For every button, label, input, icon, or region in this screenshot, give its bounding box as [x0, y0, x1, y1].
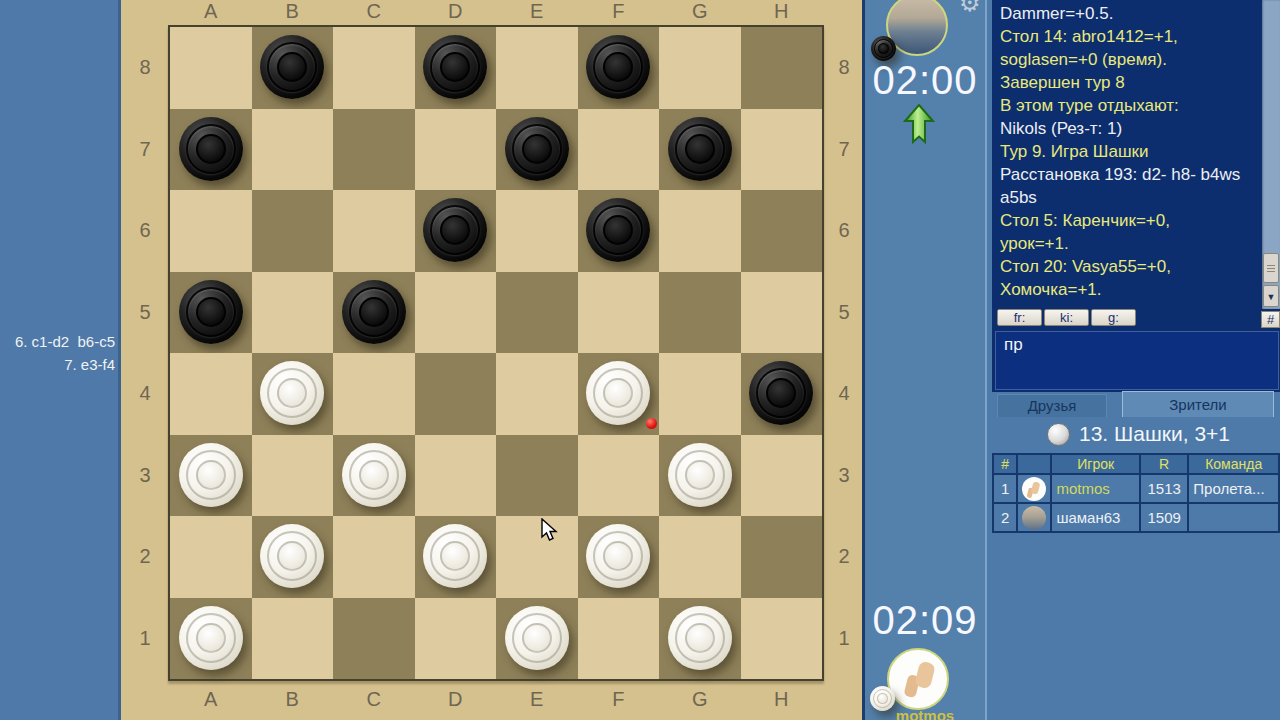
rank-label-8: 8: [123, 27, 167, 109]
square-f7[interactable]: [578, 109, 660, 191]
square-f8[interactable]: [578, 27, 660, 109]
game-strip: ⚙ 02:00 02:09 motmos: [862, 0, 985, 720]
black-checker-h4[interactable]: [749, 361, 813, 425]
file-label-g: G: [659, 0, 741, 23]
square-g2[interactable]: [659, 516, 741, 598]
rank-label-7: 7: [123, 109, 167, 191]
spectator-table-body: 1motmos1513Пролета...2шаман631509: [993, 474, 1279, 532]
chat-line: В этом туре отдыхают:: [1000, 94, 1258, 117]
chat-line: Стол 20: Vasya55=+0,: [1000, 255, 1258, 278]
square-f1[interactable]: [578, 598, 660, 680]
square-c5[interactable]: [333, 272, 415, 354]
right-panel: Dammer=+0.5.Стол 14: abro1412=+1,soglase…: [985, 0, 1280, 720]
rank-label-2: 2: [123, 516, 167, 598]
square-b8[interactable]: [252, 27, 334, 109]
table-header-0: #: [993, 454, 1017, 474]
square-c8[interactable]: [333, 27, 415, 109]
file-label-b: B: [252, 688, 334, 711]
square-c7[interactable]: [333, 109, 415, 191]
chat-line: Стол 14: abro1412=+1,: [1000, 25, 1258, 48]
file-label-a: A: [170, 0, 252, 23]
rank-label-6: 6: [822, 190, 866, 272]
rank-label-1: 1: [822, 598, 866, 680]
white-checker-f2[interactable]: [586, 524, 650, 588]
message-input[interactable]: пр: [995, 331, 1279, 390]
rank-label-3: 3: [822, 435, 866, 517]
white-checker-b4[interactable]: [260, 361, 324, 425]
square-e2[interactable]: [496, 516, 578, 598]
square-h4[interactable]: [741, 353, 823, 435]
table-row[interactable]: 1motmos1513Пролета...: [993, 474, 1279, 503]
table-cell-3: 1513: [1140, 474, 1188, 503]
table-row[interactable]: 2шаман631509: [993, 503, 1279, 532]
square-c6[interactable]: [333, 190, 415, 272]
white-checker-a1[interactable]: [179, 606, 243, 670]
black-checker-b8[interactable]: [260, 35, 324, 99]
table-cell-0: 2: [993, 503, 1017, 532]
file-label-e: E: [496, 0, 578, 23]
file-label-d: D: [415, 0, 497, 23]
rank-label-4: 4: [123, 353, 167, 435]
file-label-a: A: [170, 688, 252, 711]
file-label-h: H: [741, 0, 823, 23]
square-f5[interactable]: [578, 272, 660, 354]
turn-up-arrow-icon: [903, 104, 935, 144]
square-c3[interactable]: [333, 435, 415, 517]
square-g6[interactable]: [659, 190, 741, 272]
table-cell-0: 1: [993, 474, 1017, 503]
square-a5[interactable]: [170, 272, 252, 354]
file-label-c: C: [333, 688, 415, 711]
chat-line: Dammer=+0.5.: [1000, 2, 1258, 25]
square-h2[interactable]: [741, 516, 823, 598]
gear-icon[interactable]: ⚙: [959, 0, 981, 17]
chat-line: Расстановка 193: d2- h8- b4ws: [1000, 163, 1258, 186]
square-h6[interactable]: [741, 190, 823, 272]
file-label-b: B: [252, 0, 334, 23]
rank-label-5: 5: [123, 272, 167, 354]
move-line: 7. e3-f4: [0, 353, 117, 376]
rank-label-7: 7: [822, 109, 866, 191]
rank-label-8: 8: [822, 27, 866, 109]
file-label-e: E: [496, 688, 578, 711]
square-a1[interactable]: [170, 598, 252, 680]
board-grid: [168, 25, 824, 681]
square-d4[interactable]: [415, 353, 497, 435]
square-b7[interactable]: [252, 109, 334, 191]
white-checker-b2[interactable]: [260, 524, 324, 588]
white-checker-g3[interactable]: [668, 443, 732, 507]
table-cell-3: 1509: [1140, 503, 1188, 532]
opponent-clock: 02:00: [865, 58, 985, 103]
player-clock: 02:09: [865, 598, 985, 643]
player-avatar[interactable]: [887, 648, 949, 710]
black-checker-c5[interactable]: [342, 280, 406, 344]
rank-label-2: 2: [822, 516, 866, 598]
chat-line: Хомочка=+1.: [1000, 278, 1258, 301]
move-list: 6. c1-d2 b6-c57. e3-f4: [0, 330, 117, 376]
white-checker-e1[interactable]: [505, 606, 569, 670]
spectator-table-header: #ИгрокRКоманда: [993, 454, 1279, 474]
table-header-4: Команда: [1188, 454, 1279, 474]
rank-label-5: 5: [822, 272, 866, 354]
square-e6[interactable]: [496, 190, 578, 272]
square-e8[interactable]: [496, 27, 578, 109]
rank-label-1: 1: [123, 598, 167, 680]
mouse-cursor-icon: [540, 518, 560, 542]
square-e7[interactable]: [496, 109, 578, 191]
rank-label-6: 6: [123, 190, 167, 272]
square-a3[interactable]: [170, 435, 252, 517]
player-mini-avatar: [1022, 506, 1046, 530]
chat-line: Завершен тур 8: [1000, 71, 1258, 94]
square-d6[interactable]: [415, 190, 497, 272]
square-e3[interactable]: [496, 435, 578, 517]
square-a2[interactable]: [170, 516, 252, 598]
table-cell-2: motmos: [1051, 474, 1140, 503]
table-cell-1: [1017, 474, 1051, 503]
table-cell-2: шаман63: [1051, 503, 1140, 532]
square-d2[interactable]: [415, 516, 497, 598]
square-a6[interactable]: [170, 190, 252, 272]
square-f6[interactable]: [578, 190, 660, 272]
black-checker-d8[interactable]: [423, 35, 487, 99]
square-b4[interactable]: [252, 353, 334, 435]
square-g3[interactable]: [659, 435, 741, 517]
square-b6[interactable]: [252, 190, 334, 272]
square-b5[interactable]: [252, 272, 334, 354]
table-header-3: R: [1140, 454, 1188, 474]
file-label-f: F: [578, 0, 660, 23]
square-e4[interactable]: [496, 353, 578, 435]
white-checker-g1[interactable]: [668, 606, 732, 670]
tab-spectators[interactable]: Зрители: [1122, 391, 1274, 417]
white-checker-c3[interactable]: [342, 443, 406, 507]
square-b3[interactable]: [252, 435, 334, 517]
black-checker-f8[interactable]: [586, 35, 650, 99]
square-d8[interactable]: [415, 27, 497, 109]
file-label-c: C: [333, 0, 415, 23]
table-cell-1: [1017, 503, 1051, 532]
square-a8[interactable]: [170, 27, 252, 109]
move-line: 6. c1-d2 b6-c5: [0, 330, 117, 353]
scrollbar-thumb[interactable]: [1263, 253, 1279, 283]
white-checker-a3[interactable]: [179, 443, 243, 507]
square-b2[interactable]: [252, 516, 334, 598]
rank-label-3: 3: [123, 435, 167, 517]
square-a4[interactable]: [170, 353, 252, 435]
file-label-h: H: [741, 688, 823, 711]
white-checker-d2[interactable]: [423, 524, 487, 588]
square-c4[interactable]: [333, 353, 415, 435]
table-header-2: Игрок: [1051, 454, 1140, 474]
chat-line: Nikols (Рез-т: 1): [1000, 117, 1258, 140]
rank-label-4: 4: [822, 353, 866, 435]
square-g7[interactable]: [659, 109, 741, 191]
square-d5[interactable]: [415, 272, 497, 354]
square-f3[interactable]: [578, 435, 660, 517]
square-h7[interactable]: [741, 109, 823, 191]
player-name-caption: motmos: [865, 707, 985, 720]
last-move-marker-dot: [646, 418, 657, 429]
black-checker-f6[interactable]: [586, 198, 650, 262]
table-header-1: [1017, 454, 1051, 474]
square-c2[interactable]: [333, 516, 415, 598]
chat-line: Тур 9. Игра Шашки: [1000, 140, 1258, 163]
square-d3[interactable]: [415, 435, 497, 517]
chat-line: a5bs: [1000, 186, 1258, 209]
chat-filter-button-fr[interactable]: fr:: [997, 309, 1042, 326]
player-mini-avatar: [1022, 477, 1046, 501]
square-d1[interactable]: [415, 598, 497, 680]
white-checker-f4[interactable]: [586, 361, 650, 425]
chat-scrollbar[interactable]: ▼: [1262, 0, 1280, 309]
black-checker-a5[interactable]: [179, 280, 243, 344]
chat-line: soglasen=+0 (время).: [1000, 48, 1258, 71]
scrollbar-down-arrow[interactable]: ▼: [1263, 285, 1279, 307]
table-cell-4: [1188, 503, 1279, 532]
chat-messages: Dammer=+0.5.Стол 14: abro1412=+1,soglase…: [1000, 2, 1258, 301]
square-g8[interactable]: [659, 27, 741, 109]
square-f2[interactable]: [578, 516, 660, 598]
board-area: ABCDEFGH ABCDEFGH 87654321 87654321: [121, 0, 862, 720]
left-sidebar: 6. c1-d2 b6-c57. e3-f4: [0, 0, 121, 720]
black-checker-g7[interactable]: [668, 117, 732, 181]
table-cell-4: Пролета...: [1188, 474, 1279, 503]
black-checker-e7[interactable]: [505, 117, 569, 181]
square-h1[interactable]: [741, 598, 823, 680]
game-title: 13. Шашки, 3+1: [1079, 422, 1230, 446]
file-label-g: G: [659, 688, 741, 711]
square-a7[interactable]: [170, 109, 252, 191]
spectator-table: #ИгрокRКоманда 1motmos1513Пролета...2шам…: [992, 453, 1280, 533]
square-c1[interactable]: [333, 598, 415, 680]
square-h3[interactable]: [741, 435, 823, 517]
chat-filter-button-g[interactable]: g:: [1091, 309, 1136, 326]
hash-button[interactable]: #: [1261, 311, 1280, 328]
square-d7[interactable]: [415, 109, 497, 191]
black-checker-a7[interactable]: [179, 117, 243, 181]
chat-window: Dammer=+0.5.Стол 14: abro1412=+1,soglase…: [992, 0, 1280, 392]
square-e1[interactable]: [496, 598, 578, 680]
file-label-d: D: [415, 688, 497, 711]
black-checker-d6[interactable]: [423, 198, 487, 262]
square-h5[interactable]: [741, 272, 823, 354]
tab-friends[interactable]: Друзья: [997, 394, 1107, 417]
square-e5[interactable]: [496, 272, 578, 354]
game-ball-icon: [1047, 423, 1070, 446]
square-g5[interactable]: [659, 272, 741, 354]
square-g1[interactable]: [659, 598, 741, 680]
chat-line: урок=+1.: [1000, 232, 1258, 255]
chat-filter-button-ki[interactable]: ki:: [1044, 309, 1089, 326]
square-h8[interactable]: [741, 27, 823, 109]
square-g4[interactable]: [659, 353, 741, 435]
chat-line: Стол 5: Каренчик=+0,: [1000, 209, 1258, 232]
file-label-f: F: [578, 688, 660, 711]
square-b1[interactable]: [252, 598, 334, 680]
